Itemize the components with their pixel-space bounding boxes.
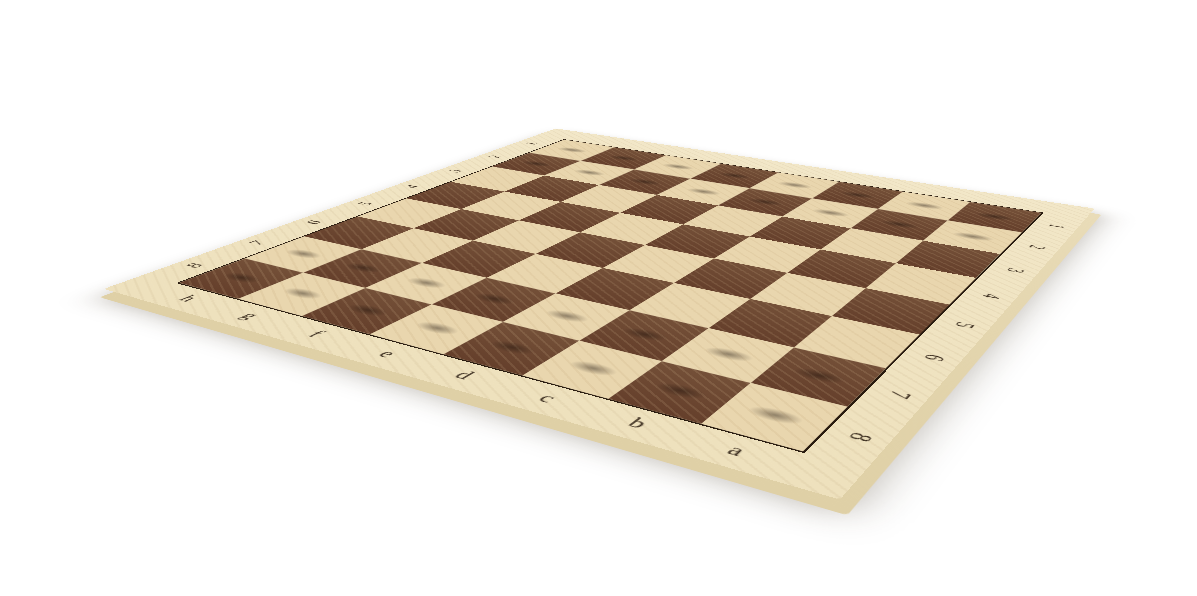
- rook-icon: ♜: [664, 307, 894, 427]
- square-a8[interactable]: ♜: [701, 383, 847, 451]
- pawn-icon: ♟: [900, 169, 1060, 241]
- playing-area: ♜♞♝♚♛♝♞♜♟♟♟♟♟♟♟♟♟♟♟♟♟♟♟♟♜♞♝♚♛♝♞♜: [176, 139, 1043, 453]
- chess-board: ♜♞♝♚♛♝♞♜♟♟♟♟♟♟♟♟♟♟♟♟♟♟♟♟♜♞♝♚♛♝♞♜ hgfedcb…: [104, 128, 1095, 499]
- product-photo-background: ♜♞♝♚♛♝♞♜♟♟♟♟♟♟♟♟♟♟♟♟♟♟♟♟♜♞♝♚♛♝♞♜ hgfedcb…: [0, 0, 1197, 596]
- square-a2[interactable]: ♟: [923, 220, 1021, 254]
- perspective-scene: ♜♞♝♚♛♝♞♜♟♟♟♟♟♟♟♟♟♟♟♟♟♟♟♟♜♞♝♚♛♝♞♜ hgfedcb…: [0, 0, 1197, 596]
